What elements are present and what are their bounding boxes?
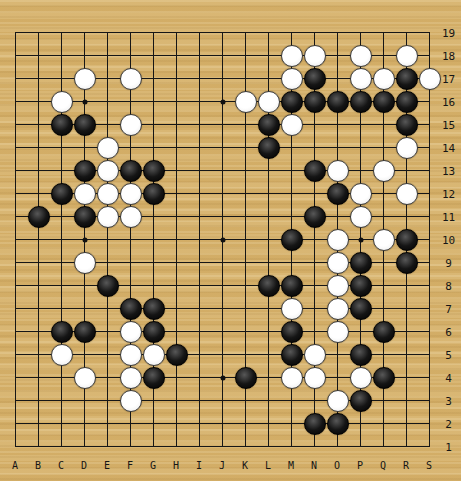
white-stone	[97, 137, 119, 159]
white-stone	[74, 367, 96, 389]
white-stone	[327, 160, 349, 182]
row-label-9: 9	[436, 256, 461, 269]
white-stone	[120, 344, 142, 366]
black-stone	[74, 321, 96, 343]
black-stone	[120, 160, 142, 182]
white-stone	[396, 137, 418, 159]
white-stone	[120, 183, 142, 205]
black-stone	[143, 321, 165, 343]
black-stone	[166, 344, 188, 366]
row-label-6: 6	[436, 325, 461, 338]
white-stone	[120, 367, 142, 389]
white-stone	[281, 367, 303, 389]
black-stone	[396, 229, 418, 251]
black-stone	[28, 206, 50, 228]
row-label-12: 12	[436, 187, 461, 200]
row-label-17: 17	[436, 72, 461, 85]
black-stone	[373, 367, 395, 389]
black-stone	[120, 298, 142, 320]
white-stone	[327, 298, 349, 320]
column-label-D: D	[73, 459, 95, 472]
black-stone	[258, 275, 280, 297]
row-label-8: 8	[436, 279, 461, 292]
black-stone	[74, 160, 96, 182]
black-stone	[74, 114, 96, 136]
white-stone	[120, 390, 142, 412]
row-label-19: 19	[436, 26, 461, 39]
black-stone	[350, 252, 372, 274]
white-stone	[97, 183, 119, 205]
column-label-M: M	[280, 459, 302, 472]
black-stone	[51, 183, 73, 205]
black-stone	[143, 298, 165, 320]
row-label-10: 10	[436, 233, 461, 246]
row-label-7: 7	[436, 302, 461, 315]
black-stone	[74, 206, 96, 228]
black-stone	[304, 91, 326, 113]
white-stone	[327, 275, 349, 297]
star-point	[358, 237, 363, 242]
board-grid[interactable]	[15, 32, 430, 447]
white-stone	[327, 229, 349, 251]
black-stone	[373, 91, 395, 113]
black-stone	[281, 275, 303, 297]
row-label-2: 2	[436, 417, 461, 430]
white-stone	[51, 344, 73, 366]
column-label-L: L	[257, 459, 279, 472]
white-stone	[120, 206, 142, 228]
black-stone	[396, 114, 418, 136]
white-stone	[304, 344, 326, 366]
row-label-18: 18	[436, 49, 461, 62]
white-stone	[350, 367, 372, 389]
white-stone	[281, 68, 303, 90]
black-stone	[373, 321, 395, 343]
column-label-J: J	[211, 459, 233, 472]
black-stone	[51, 321, 73, 343]
white-stone	[281, 45, 303, 67]
row-label-4: 4	[436, 371, 461, 384]
black-stone	[281, 321, 303, 343]
row-label-16: 16	[436, 95, 461, 108]
star-point	[82, 237, 87, 242]
white-stone	[350, 206, 372, 228]
black-stone	[350, 275, 372, 297]
column-label-G: G	[142, 459, 164, 472]
white-stone	[281, 298, 303, 320]
column-label-Q: Q	[372, 459, 394, 472]
column-label-O: O	[326, 459, 348, 472]
row-label-3: 3	[436, 394, 461, 407]
black-stone	[51, 114, 73, 136]
goban: ABCDEFGHIJKLMNOPQRS 19181716151413121110…	[0, 0, 461, 481]
column-label-C: C	[50, 459, 72, 472]
white-stone	[350, 45, 372, 67]
column-label-N: N	[303, 459, 325, 472]
row-label-1: 1	[436, 440, 461, 453]
black-stone	[143, 160, 165, 182]
column-label-B: B	[27, 459, 49, 472]
star-point	[82, 99, 87, 104]
white-stone	[120, 114, 142, 136]
white-stone	[281, 114, 303, 136]
column-label-R: R	[395, 459, 417, 472]
white-stone	[396, 183, 418, 205]
black-stone	[327, 183, 349, 205]
white-stone	[373, 160, 395, 182]
white-stone	[373, 68, 395, 90]
black-stone	[396, 252, 418, 274]
black-stone	[97, 275, 119, 297]
white-stone	[97, 160, 119, 182]
star-point	[220, 375, 225, 380]
black-stone	[304, 68, 326, 90]
white-stone	[120, 68, 142, 90]
column-label-F: F	[119, 459, 141, 472]
black-stone	[235, 367, 257, 389]
black-stone	[350, 91, 372, 113]
black-stone	[350, 390, 372, 412]
white-stone	[97, 206, 119, 228]
black-stone	[258, 114, 280, 136]
white-stone	[350, 68, 372, 90]
white-stone	[350, 183, 372, 205]
row-label-13: 13	[436, 164, 461, 177]
white-stone	[396, 45, 418, 67]
white-stone	[327, 390, 349, 412]
black-stone	[327, 91, 349, 113]
column-label-H: H	[165, 459, 187, 472]
white-stone	[373, 229, 395, 251]
white-stone	[258, 91, 280, 113]
white-stone	[74, 183, 96, 205]
white-stone	[143, 344, 165, 366]
white-stone	[304, 45, 326, 67]
column-label-I: I	[188, 459, 210, 472]
column-label-A: A	[4, 459, 26, 472]
black-stone	[304, 160, 326, 182]
black-stone	[350, 344, 372, 366]
star-point	[220, 99, 225, 104]
black-stone	[304, 413, 326, 435]
black-stone	[281, 91, 303, 113]
white-stone	[51, 91, 73, 113]
row-label-11: 11	[436, 210, 461, 223]
white-stone	[120, 321, 142, 343]
row-label-15: 15	[436, 118, 461, 131]
row-label-5: 5	[436, 348, 461, 361]
column-label-S: S	[418, 459, 440, 472]
black-stone	[143, 183, 165, 205]
white-stone	[327, 252, 349, 274]
column-label-P: P	[349, 459, 371, 472]
black-stone	[281, 344, 303, 366]
white-stone	[74, 68, 96, 90]
white-stone	[74, 252, 96, 274]
black-stone	[396, 68, 418, 90]
white-stone	[235, 91, 257, 113]
black-stone	[281, 229, 303, 251]
black-stone	[143, 367, 165, 389]
column-label-K: K	[234, 459, 256, 472]
white-stone	[327, 321, 349, 343]
column-label-E: E	[96, 459, 118, 472]
black-stone	[304, 206, 326, 228]
black-stone	[396, 91, 418, 113]
black-stone	[258, 137, 280, 159]
black-stone	[350, 298, 372, 320]
row-label-14: 14	[436, 141, 461, 154]
white-stone	[304, 367, 326, 389]
star-point	[220, 237, 225, 242]
black-stone	[327, 413, 349, 435]
